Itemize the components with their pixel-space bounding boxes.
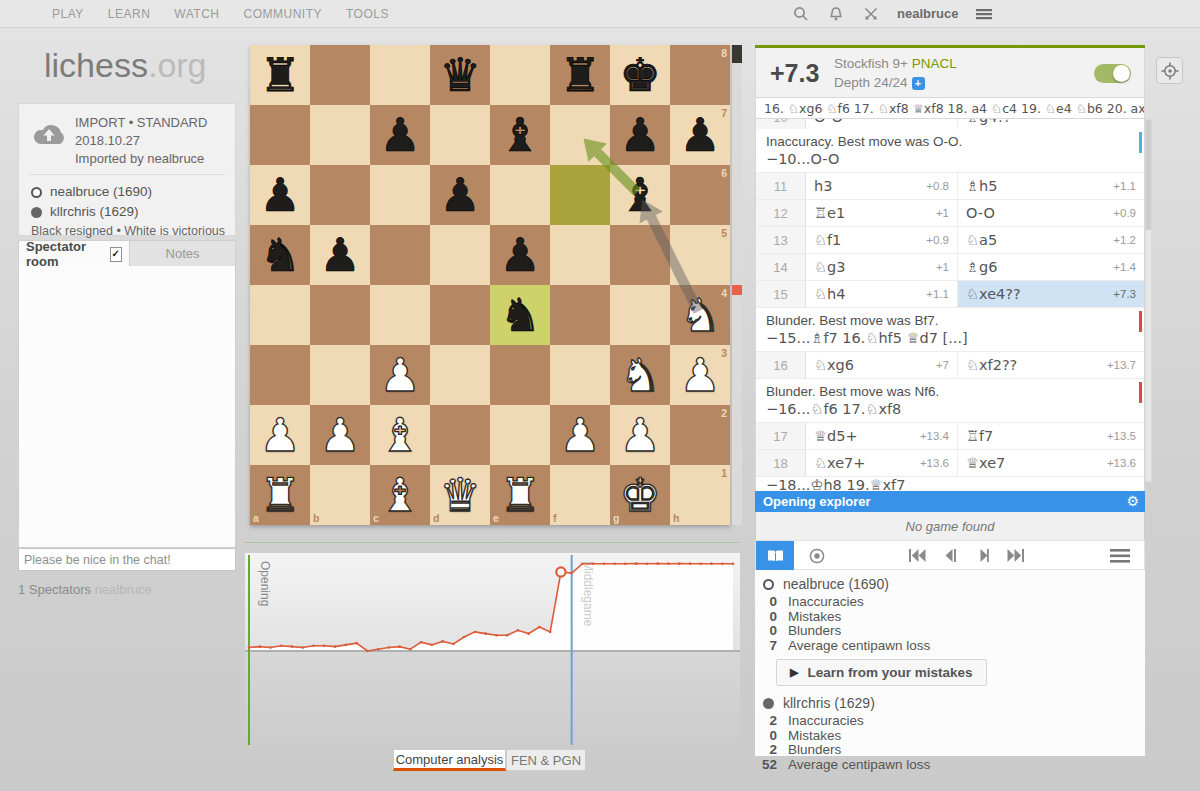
eval: +1.1 <box>926 288 949 300</box>
square-c6[interactable] <box>370 165 430 225</box>
coord-rank-8: 8 <box>721 47 727 59</box>
lichess-logo[interactable]: lichess.org <box>44 46 207 85</box>
eval: +13.4 <box>920 430 949 442</box>
white-move-10[interactable]: O-O <box>806 119 958 129</box>
white-move-18[interactable]: ♘xe7++13.6 <box>806 450 958 476</box>
square-b4[interactable] <box>310 285 370 345</box>
square-a6[interactable]: ♟ <box>250 165 310 225</box>
piece-bN[interactable]: ♞ <box>499 286 540 344</box>
search-icon[interactable] <box>792 5 810 23</box>
square-f3[interactable] <box>550 345 610 405</box>
square-e2[interactable] <box>490 405 550 465</box>
chat-toggle-checkbox[interactable]: ✓ <box>110 247 122 262</box>
fen-pgn-label: FEN & PGN <box>511 753 581 768</box>
analysis-toolbar <box>755 540 1145 570</box>
piece-wB[interactable]: ♝ <box>379 466 420 524</box>
learn-button-label: Learn from your mistakes <box>807 665 972 680</box>
piece-bR[interactable]: ♜ <box>259 46 300 104</box>
eval: +7 <box>936 359 949 371</box>
eval: +0.9 <box>926 234 949 246</box>
square-d1[interactable]: ♛d <box>430 465 490 525</box>
square-b8[interactable] <box>310 45 370 105</box>
game-importer: Imported by nealbruce <box>75 150 207 168</box>
black-stats-name: kllrchris (1629) <box>783 695 875 711</box>
black-move-11[interactable]: ♗h5+1.1 <box>958 173 1144 199</box>
move-nav-buttons <box>908 548 1025 563</box>
square-a2[interactable]: ♟ <box>250 405 310 465</box>
san: ♘h4 <box>814 286 845 302</box>
engine-header: +7.3 Stockfish 9+ PNACL Depth 24/24+ <box>755 48 1145 98</box>
san: ♕d5+ <box>814 428 858 444</box>
move-row-17: 17♕d5++13.4♖f7+13.5 <box>756 423 1144 450</box>
coord-file-g: g <box>613 512 619 524</box>
san: ♖f7 <box>966 428 993 444</box>
square-a1[interactable]: ♜a <box>250 465 310 525</box>
san: ♘xg6 <box>814 357 854 373</box>
nav-learn[interactable]: LEARN <box>108 7 151 21</box>
square-e3[interactable] <box>490 345 550 405</box>
square-b6[interactable] <box>310 165 370 225</box>
piece-bP[interactable]: ♟ <box>259 166 300 224</box>
coord-rank-4: 4 <box>721 287 727 299</box>
piece-bB[interactable]: ♝ <box>619 166 660 224</box>
square-d2[interactable] <box>430 405 490 465</box>
players: nealbruce (1690) kllrchris (1629) <box>31 182 152 222</box>
analysis-panel: +7.3 Stockfish 9+ PNACL Depth 24/24+ 16.… <box>755 45 1145 544</box>
square-b3[interactable] <box>310 345 370 405</box>
eval-gauge-zero-tick <box>732 285 742 295</box>
move-row-16: 16♘xg6+7♘xf2??+13.7 <box>756 352 1144 379</box>
piece-bP[interactable]: ♟ <box>439 166 480 224</box>
piece-wR[interactable]: ♜ <box>259 466 300 524</box>
lichess-analysis-page: PLAY LEARN WATCH COMMUNITY TOOLS nealbru… <box>0 0 1200 791</box>
coord-rank-1: 1 <box>721 467 727 479</box>
square-e5[interactable]: ♟ <box>490 225 550 285</box>
advantage-graph-svg[interactable]: OpeningMiddlegame <box>245 543 740 749</box>
eval: +1.4 <box>1113 261 1136 273</box>
learn-from-mistakes-button[interactable]: ▶Learn from your mistakes <box>776 659 987 686</box>
piece-bN[interactable]: ♞ <box>259 226 300 284</box>
nav-play[interactable]: PLAY <box>52 7 84 21</box>
square-h4[interactable]: ♞4 <box>670 285 730 345</box>
first-move-button[interactable] <box>908 548 926 563</box>
square-c8[interactable] <box>370 45 430 105</box>
square-f1[interactable]: f <box>550 465 610 525</box>
book-icon <box>767 549 784 564</box>
clipped-move-row: 10O-O♗g4!? <box>756 119 1144 129</box>
last-move-button[interactable] <box>1007 548 1025 563</box>
white-color-icon <box>31 187 42 198</box>
square-g2[interactable]: ♟ <box>610 405 670 465</box>
square-b2[interactable]: ♟ <box>310 405 370 465</box>
piece-wK[interactable]: ♚ <box>619 466 660 524</box>
move-row-11: 11h3+0.8♗h5+1.1 <box>756 173 1144 200</box>
square-d3[interactable] <box>430 345 490 405</box>
white-color-icon <box>763 579 774 590</box>
square-e4[interactable]: ♞ <box>490 285 550 345</box>
piece-wR[interactable]: ♜ <box>499 466 540 524</box>
square-c2[interactable]: ♝ <box>370 405 430 465</box>
piece-wQ[interactable]: ♛ <box>439 466 480 524</box>
move-row-15: 15♘h4+1.1♘xe4??+7.3 <box>756 281 1144 308</box>
engine-info: Stockfish 9+ PNACL Depth 24/24+ <box>834 54 957 92</box>
piece-bR[interactable]: ♜ <box>559 46 600 104</box>
white-blunders-count: 0 <box>755 623 777 638</box>
coord-file-e: e <box>493 512 499 524</box>
spectator-count: 1 Spectators <box>18 582 91 597</box>
tab-notes[interactable]: Notes <box>130 240 236 267</box>
piece-wP[interactable]: ♟ <box>679 346 720 404</box>
move-number: 10 <box>756 119 806 129</box>
piece-wP[interactable]: ♟ <box>559 406 600 464</box>
piece-bP[interactable]: ♟ <box>679 106 720 164</box>
acpl-label: Average centipawn loss <box>777 757 930 772</box>
black-move-17[interactable]: ♖f7+13.5 <box>958 423 1144 449</box>
game-meta: IMPORT • STANDARD 2018.10.27 Imported by… <box>75 114 207 168</box>
move-number: 16 <box>756 352 806 378</box>
square-g6[interactable]: ♝ <box>610 165 670 225</box>
crosshair-button[interactable] <box>1156 57 1183 84</box>
stat-row: 0Inaccuracies <box>755 594 1145 609</box>
eval: +0.9 <box>1113 207 1136 219</box>
square-e8[interactable] <box>490 45 550 105</box>
coord-rank-2: 2 <box>721 407 727 419</box>
square-g3[interactable]: ♞ <box>610 345 670 405</box>
mistakes-label: Mistakes <box>777 728 841 743</box>
white-acpl-count: 7 <box>755 638 777 653</box>
white-move-11[interactable]: h3+0.8 <box>806 173 958 199</box>
black-inaccuracies-count: 2 <box>755 713 777 728</box>
san: ♘f1 <box>814 232 841 248</box>
computer-analysis-label: Computer analysis <box>396 752 504 767</box>
eval-gauge-black <box>732 45 742 63</box>
move-number: 11 <box>756 173 806 199</box>
prev-move-button[interactable] <box>943 548 958 563</box>
square-b7[interactable] <box>310 105 370 165</box>
black-move-12[interactable]: O-O+0.9 <box>958 200 1144 226</box>
square-f4[interactable] <box>550 285 610 345</box>
square-h7[interactable]: ♟7 <box>670 105 730 165</box>
move-number: 14 <box>756 254 806 280</box>
inaccuracy-marker-bar <box>1139 132 1142 153</box>
square-f5[interactable] <box>550 225 610 285</box>
black-move-16[interactable]: ♘xf2??+13.7 <box>958 352 1144 378</box>
chat-messages <box>18 266 236 548</box>
square-g8[interactable]: ♚ <box>610 45 670 105</box>
square-d8[interactable]: ♛ <box>430 45 490 105</box>
square-c1[interactable]: ♝c <box>370 465 430 525</box>
engine-name: Stockfish 9+ <box>834 56 908 71</box>
piece-wP[interactable]: ♟ <box>379 346 420 404</box>
move-number: 13 <box>756 227 806 253</box>
comment-text: Blunder. Best move was Nf6. <box>766 383 1134 401</box>
chat-input-wrap <box>18 548 236 571</box>
square-a7[interactable] <box>250 105 310 165</box>
square-b1[interactable]: b <box>310 465 370 525</box>
san: h3 <box>814 178 832 194</box>
inaccuracy-comment: Inaccuracy. Best move was O-O.−10...O-O <box>756 129 1144 173</box>
piece-wP[interactable]: ♟ <box>319 406 360 464</box>
username[interactable]: nealbruce <box>897 6 958 21</box>
white-player-row: nealbruce (1690) <box>31 182 152 202</box>
square-d4[interactable] <box>430 285 490 345</box>
scrollbar-thumb[interactable] <box>1146 120 1151 230</box>
game-date: 2018.10.27 <box>75 132 207 150</box>
move-list-scrollbar[interactable] <box>1145 119 1152 482</box>
piece-wP[interactable]: ♟ <box>259 406 300 464</box>
engine-eval: +7.3 <box>770 59 819 88</box>
eval: +13.5 <box>1107 430 1136 442</box>
square-e7[interactable]: ♝ <box>490 105 550 165</box>
stat-row: 7Average centipawn loss <box>755 638 1145 653</box>
divider <box>29 174 225 175</box>
piece-bB[interactable]: ♝ <box>499 106 540 164</box>
crosshair-icon <box>1161 62 1179 80</box>
eval: +13.6 <box>920 457 949 469</box>
stat-row: 52Average centipawn loss <box>755 757 1145 772</box>
chat-tabs: Spectator room ✓ Notes <box>18 240 236 267</box>
move-number: 15 <box>756 281 806 307</box>
square-h8[interactable]: 8 <box>670 45 730 105</box>
coord-rank-7: 7 <box>721 107 727 119</box>
opening-explorer-header[interactable]: Opening explorer ⚙ <box>755 491 1145 512</box>
square-g1[interactable]: ♚g <box>610 465 670 525</box>
white-inaccuracies-count: 0 <box>755 594 777 609</box>
blunder-comment: Blunder. Best move was Bf7.−15...♗f7 16.… <box>756 308 1144 352</box>
gear-icon[interactable]: ⚙ <box>1126 491 1139 512</box>
game-info-box: IMPORT • STANDARD 2018.10.27 Imported by… <box>18 103 236 236</box>
tab-spectator-room[interactable]: Spectator room ✓ <box>18 240 130 267</box>
nav-links: PLAY LEARN WATCH COMMUNITY TOOLS <box>52 0 389 27</box>
eval: +7.3 <box>1113 288 1136 300</box>
square-c3[interactable]: ♟ <box>370 345 430 405</box>
piece-wN[interactable]: ♞ <box>619 346 660 404</box>
coord-file-c: c <box>373 512 379 524</box>
square-a8[interactable]: ♜ <box>250 45 310 105</box>
square-g7[interactable]: ♟ <box>610 105 670 165</box>
san: O-O <box>814 119 843 125</box>
tab-opening-book[interactable] <box>756 541 794 571</box>
piece-wB[interactable]: ♝ <box>379 406 420 464</box>
square-f6[interactable] <box>550 165 610 225</box>
square-c7[interactable]: ♟ <box>370 105 430 165</box>
black-blunders-count: 2 <box>755 742 777 757</box>
white-move-14[interactable]: ♘g3+1 <box>806 254 958 280</box>
square-g5[interactable] <box>610 225 670 285</box>
nav-watch[interactable]: WATCH <box>174 7 219 21</box>
nav-tools[interactable]: TOOLS <box>346 7 389 21</box>
square-e6[interactable] <box>490 165 550 225</box>
move-row-12: 12♖e1+1O-O+0.9 <box>756 200 1144 227</box>
square-a5[interactable]: ♞ <box>250 225 310 285</box>
game-result: Black resigned • White is victorious <box>31 224 225 238</box>
move-number: 12 <box>756 200 806 226</box>
square-f8[interactable]: ♜ <box>550 45 610 105</box>
white-move-12[interactable]: ♖e1+1 <box>806 200 958 226</box>
tab-computer-analysis[interactable]: Computer analysis <box>393 749 506 771</box>
stat-row: 2Blunders <box>755 742 1145 757</box>
square-a3[interactable] <box>250 345 310 405</box>
spectator-room-label: Spectator room <box>26 239 103 269</box>
stat-row: 0Mistakes <box>755 728 1145 743</box>
move-number: 18 <box>756 450 806 476</box>
comment-text: Inaccuracy. Best move was O-O. <box>766 133 1134 151</box>
blunder-marker-bar <box>1139 311 1142 332</box>
coord-rank-5: 5 <box>721 227 727 239</box>
coord-file-h: h <box>673 512 679 524</box>
square-b5[interactable]: ♟ <box>310 225 370 285</box>
square-d5[interactable] <box>430 225 490 285</box>
eval: +1.1 <box>1113 180 1136 192</box>
notes-label: Notes <box>166 246 200 261</box>
engine-tech: PNACL <box>912 56 957 71</box>
eval: +13.7 <box>1107 359 1136 371</box>
spectator-names[interactable]: nealbruce <box>95 582 152 597</box>
blunders-label: Blunders <box>777 742 841 757</box>
black-move-15[interactable]: ♘xe4??+7.3 <box>958 281 1144 307</box>
black-color-icon <box>763 698 774 709</box>
stat-row: 0Blunders <box>755 623 1145 638</box>
white-player-name[interactable]: nealbruce (1690) <box>50 182 152 202</box>
san: ♘xf2?? <box>966 357 1017 373</box>
piece-wP[interactable]: ♟ <box>619 406 660 464</box>
square-g4[interactable] <box>610 285 670 345</box>
square-h1[interactable]: h1 <box>670 465 730 525</box>
piece-bQ[interactable]: ♛ <box>439 46 480 104</box>
eval: +1.2 <box>1113 234 1136 246</box>
stat-row: 2Inaccuracies <box>755 713 1145 728</box>
action-menu-icon[interactable] <box>1110 549 1130 563</box>
black-color-icon <box>31 207 42 218</box>
black-move-14[interactable]: ♗g6+1.4 <box>958 254 1144 280</box>
nav-community[interactable]: COMMUNITY <box>243 7 322 21</box>
svg-text:Middlegame: Middlegame <box>581 561 595 627</box>
inaccuracies-label: Inaccuracies <box>777 713 864 728</box>
mistakes-label: Mistakes <box>777 609 841 624</box>
square-h3[interactable]: ♟3 <box>670 345 730 405</box>
piece-bP[interactable]: ♟ <box>319 226 360 284</box>
move-number: 17 <box>756 423 806 449</box>
white-move-13[interactable]: ♘f1+0.9 <box>806 227 958 253</box>
square-h6[interactable]: 6 <box>670 165 730 225</box>
coord-file-d: d <box>433 512 439 524</box>
eval: +1 <box>936 207 949 219</box>
acpl-stats: nealbruce (1690) 0Inaccuracies 0Mistakes… <box>755 570 1145 756</box>
white-stats-name: nealbruce (1690) <box>783 576 889 592</box>
square-c5[interactable] <box>370 225 430 285</box>
eval-gauge <box>731 45 742 525</box>
square-d6[interactable]: ♟ <box>430 165 490 225</box>
black-move-18[interactable]: ♕xe7+13.6 <box>958 450 1144 476</box>
san: ♘g3 <box>814 259 845 275</box>
coord-rank-6: 6 <box>721 167 727 179</box>
move-row-13: 13♘f1+0.9♘a5+1.2 <box>756 227 1144 254</box>
top-nav: PLAY LEARN WATCH COMMUNITY TOOLS nealbru… <box>0 0 1200 28</box>
eval: +1 <box>936 261 949 273</box>
variation-line[interactable]: −15...♗f7 16.♘hf5 ♕d7 [...] <box>766 330 1134 347</box>
san: O-O <box>966 205 995 221</box>
svg-text:Opening: Opening <box>258 561 272 606</box>
san: ♗g4!? <box>966 119 1011 125</box>
piece-bP[interactable]: ♟ <box>379 106 420 164</box>
chess-board[interactable]: ♜♛♜♚8♟♝♟♟7♟♟♝6♞♟♟5♞♞4♟♞♟3♟♟♝♟♟2♜ab♝c♛d♜e… <box>250 45 730 525</box>
play-icon: ▶ <box>790 666 798 679</box>
engine-toggle[interactable] <box>1094 64 1131 83</box>
square-d7[interactable] <box>430 105 490 165</box>
black-mistakes-count: 0 <box>755 728 777 743</box>
square-e1[interactable]: ♜e <box>490 465 550 525</box>
stat-row: 0Mistakes <box>755 609 1145 624</box>
white-move-16[interactable]: ♘xg6+7 <box>806 352 958 378</box>
engine-best-line[interactable]: 16. ♘xg6 ♘f6 17. ♘xf8 ♕xf8 18. a4 ♘c4 19… <box>755 98 1145 119</box>
piece-bK[interactable]: ♚ <box>619 46 660 104</box>
eval: +13.6 <box>1107 457 1136 469</box>
san: ♕xe7 <box>966 455 1005 471</box>
coord-rank-3: 3 <box>721 347 727 359</box>
square-h2[interactable]: 2 <box>670 405 730 465</box>
white-move-15[interactable]: ♘h4+1.1 <box>806 281 958 307</box>
move-row-10: 10O-O♗g4!? <box>756 119 1144 129</box>
practice-target-icon[interactable] <box>808 547 826 565</box>
white-stats-header: nealbruce (1690) <box>755 574 1145 594</box>
coord-file-f: f <box>553 512 557 524</box>
blunder-marker-bar <box>1139 382 1142 403</box>
square-f2[interactable]: ♟ <box>550 405 610 465</box>
bell-icon[interactable] <box>827 5 845 23</box>
blunders-label: Blunders <box>777 623 841 638</box>
crossed-swords-icon[interactable] <box>862 5 880 23</box>
white-move-17[interactable]: ♕d5++13.4 <box>806 423 958 449</box>
black-move-13[interactable]: ♘a5+1.2 <box>958 227 1144 253</box>
square-f7[interactable] <box>550 105 610 165</box>
engine-depth: Depth 24/24 <box>834 75 908 90</box>
hamburger-icon[interactable] <box>975 5 993 23</box>
blunder-comment: Blunder. Best move was Nf6.−16...♘f6 17.… <box>756 379 1144 423</box>
square-c4[interactable] <box>370 285 430 345</box>
black-player-name[interactable]: kllrchris (1629) <box>50 202 139 222</box>
engine-plus-icon[interactable]: + <box>912 77 925 90</box>
piece-bP[interactable]: ♟ <box>619 106 660 164</box>
san: ♖e1 <box>814 205 845 221</box>
piece-wN[interactable]: ♞ <box>679 286 720 344</box>
black-move-10[interactable]: ♗g4!? <box>958 119 1144 129</box>
san: ♗g6 <box>966 259 997 275</box>
toggle-knob <box>1113 65 1130 82</box>
next-move-button[interactable] <box>975 548 990 563</box>
san: ♘xe7+ <box>814 455 865 471</box>
move-list: 10O-O♗g4!?Inaccuracy. Best move was O-O.… <box>755 119 1145 491</box>
opening-explorer-title: Opening explorer <box>763 494 871 509</box>
variation-line-clipped[interactable]: −18...♔h8 19.♕xf7 <box>756 477 1144 491</box>
eval: +0.8 <box>926 180 949 192</box>
square-h5[interactable]: 5 <box>670 225 730 285</box>
tab-fen-pgn[interactable]: FEN & PGN <box>506 749 586 771</box>
variation-line[interactable]: −16...♘f6 17.♘xf8 <box>766 401 1134 418</box>
chat-input[interactable] <box>18 548 236 571</box>
cloud-import-icon <box>31 120 67 148</box>
piece-bP[interactable]: ♟ <box>499 226 540 284</box>
inaccuracies-label: Inaccuracies <box>777 594 864 609</box>
move-row-14: 14♘g3+1♗g6+1.4 <box>756 254 1144 281</box>
advantage-graph[interactable]: OpeningMiddlegame <box>245 542 740 750</box>
variation-line[interactable]: −10...O-O <box>766 151 1134 168</box>
black-acpl-count: 52 <box>755 757 777 772</box>
square-a4[interactable] <box>250 285 310 345</box>
move-row-18: 18♘xe7++13.6♕xe7+13.6 <box>756 450 1144 477</box>
black-stats-header: kllrchris (1629) <box>755 693 1145 713</box>
san: ♘xe4?? <box>966 286 1021 302</box>
san: ♗h5 <box>966 178 997 194</box>
